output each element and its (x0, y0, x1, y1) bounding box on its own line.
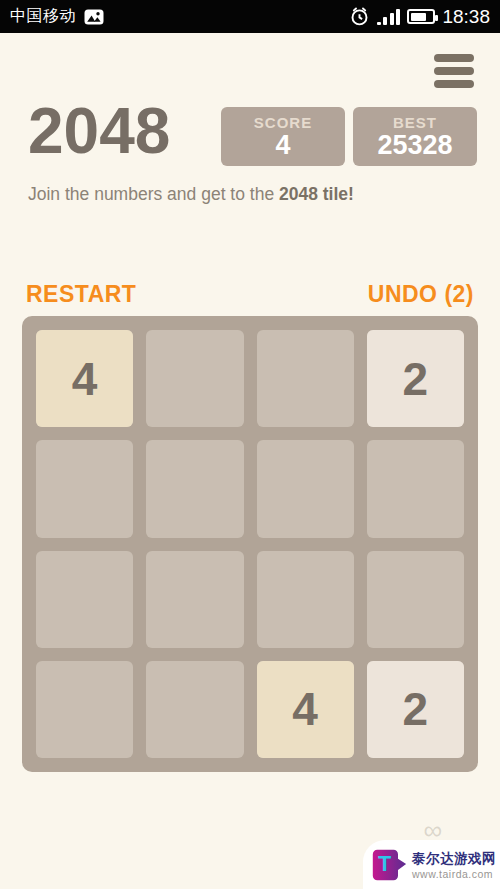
cell-r2c2 (146, 440, 243, 537)
best-label: BEST (393, 114, 437, 131)
cell-r2c4 (367, 440, 464, 537)
subtitle-text: Join the numbers and get to the (28, 184, 279, 204)
tairda-logo-icon: T (370, 847, 408, 883)
undo-button[interactable]: UNDO (2) (368, 281, 474, 308)
image-icon (84, 9, 104, 25)
watermark-site-url: www.tairda.com (412, 868, 496, 880)
tile-2: 2 (367, 661, 464, 758)
menu-button[interactable] (434, 54, 474, 88)
subtitle: Join the numbers and get to the 2048 til… (28, 184, 354, 205)
restart-button[interactable]: RESTART (26, 281, 136, 308)
cell-r2c3 (257, 440, 354, 537)
watermark: T 泰尔达游戏网 www.tairda.com (363, 840, 500, 889)
cell-r1c2 (146, 330, 243, 427)
cell-r1c1: 4 (36, 330, 133, 427)
svg-text:T: T (378, 851, 391, 876)
cell-r2c1 (36, 440, 133, 537)
carrier-label: 中国移动 (10, 6, 76, 27)
tile-2: 2 (367, 330, 464, 427)
signal-icon (377, 8, 401, 25)
cell-r3c4 (367, 551, 464, 648)
score-panel: SCORE 4 BEST 25328 (221, 107, 477, 166)
phone-screen: 中国移动 (0, 0, 500, 889)
tile-4: 4 (257, 661, 354, 758)
score-value: 4 (275, 131, 290, 159)
game-title: 2048 (28, 96, 170, 166)
cell-r4c2 (146, 661, 243, 758)
cell-r1c4: 2 (367, 330, 464, 427)
best-value: 25328 (377, 131, 452, 159)
status-bar: 中国移动 (0, 0, 500, 33)
subtitle-goal: 2048 tile! (279, 184, 354, 204)
cell-r3c1 (36, 551, 133, 648)
watermark-site-name: 泰尔达游戏网 (412, 850, 496, 868)
controls-row: RESTART UNDO (2) (26, 281, 474, 308)
cell-r3c3 (257, 551, 354, 648)
alarm-icon (349, 6, 370, 27)
clock-time: 18:38 (442, 6, 490, 28)
score-box: SCORE 4 (221, 107, 345, 166)
score-label: SCORE (254, 114, 312, 131)
board-grid[interactable]: 4242 (22, 316, 478, 772)
battery-icon (407, 9, 435, 24)
tile-4: 4 (36, 330, 133, 427)
cell-r3c2 (146, 551, 243, 648)
cell-r4c1 (36, 661, 133, 758)
best-box: BEST 25328 (353, 107, 477, 166)
hamburger-icon (434, 54, 474, 62)
cell-r4c4: 2 (367, 661, 464, 758)
cell-r4c3: 4 (257, 661, 354, 758)
cell-r1c3 (257, 330, 354, 427)
